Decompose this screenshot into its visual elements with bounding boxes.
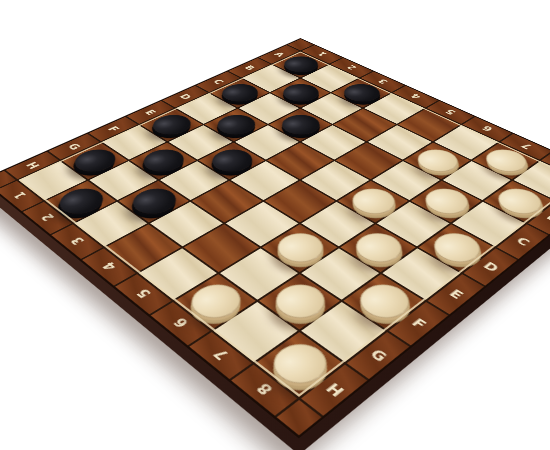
board-grid: HGFEDCBA1⛂⛂⛂⛂12⛂⛂⛂⛂23⛂⛂⛂⛂344556⛀⛀⛀⛀67⛀⛀⛀… bbox=[0, 39, 550, 435]
checker-glyph: ⛂ bbox=[51, 184, 111, 220]
square-f8[interactable]: ⛀ bbox=[343, 274, 424, 329]
coordinate-label-text: G bbox=[367, 347, 390, 364]
coordinate-label-text: 5 bbox=[133, 287, 153, 300]
checker-black-h2[interactable]: ⛂ bbox=[51, 184, 111, 220]
checker-glyph: ⛀ bbox=[491, 184, 548, 218]
coordinate-label-text: 7 bbox=[518, 142, 533, 151]
square-e5[interactable] bbox=[265, 181, 335, 223]
coordinate-label-text: 3 bbox=[375, 78, 389, 85]
coordinate-label-text: 1 bbox=[315, 51, 328, 57]
square-h7[interactable] bbox=[214, 302, 298, 362]
coordinate-label-text: 3 bbox=[67, 235, 86, 247]
coordinate-label-text: 7 bbox=[209, 347, 231, 363]
coordinate-label-text: C bbox=[514, 235, 532, 247]
square-d7[interactable] bbox=[377, 202, 450, 247]
square-g7[interactable]: ⛀ bbox=[259, 274, 340, 329]
coordinate-label-text: G bbox=[65, 142, 82, 151]
square-d6[interactable]: ⛀ bbox=[338, 181, 408, 223]
coordinate-label-text: E bbox=[143, 108, 158, 116]
coordinate-label-text: 8 bbox=[253, 381, 276, 398]
square-h2[interactable]: ⛂ bbox=[46, 181, 116, 223]
coordinate-label-text: D bbox=[480, 260, 500, 273]
checker-white-h6[interactable]: ⛀ bbox=[181, 278, 250, 325]
checker-white-g7[interactable]: ⛀ bbox=[265, 278, 334, 325]
checker-glyph: ⛀ bbox=[267, 279, 333, 324]
coordinate-label-text: A bbox=[272, 51, 286, 57]
square-h8[interactable]: ⛀ bbox=[255, 332, 343, 397]
coordinate-label-text: F bbox=[409, 316, 429, 330]
checker-glyph: ⛀ bbox=[182, 279, 248, 324]
coordinate-label-text: D bbox=[177, 93, 193, 101]
coordinate-label-text: E bbox=[446, 287, 465, 300]
coordinate-label-text: C bbox=[211, 78, 226, 85]
checker-black-g3[interactable]: ⛂ bbox=[124, 184, 184, 220]
coordinate-label-text: H bbox=[322, 380, 346, 399]
square-g8[interactable] bbox=[301, 302, 385, 362]
square-h4[interactable] bbox=[106, 224, 181, 272]
checker-white-h8[interactable]: ⛀ bbox=[262, 336, 337, 391]
coordinate-label-text: 4 bbox=[99, 260, 119, 272]
square-g4[interactable] bbox=[150, 202, 223, 247]
checker-glyph: ⛀ bbox=[418, 184, 475, 218]
square-e8[interactable] bbox=[382, 248, 460, 299]
checker-white-e7[interactable]: ⛀ bbox=[346, 228, 410, 269]
square-f6[interactable]: ⛀ bbox=[262, 224, 337, 272]
square-f7[interactable] bbox=[301, 248, 379, 299]
coordinate-label-text: B bbox=[242, 64, 256, 71]
coordinate-label-text: 4 bbox=[408, 93, 422, 100]
checker-glyph: ⛀ bbox=[264, 338, 335, 391]
square-f4[interactable] bbox=[192, 181, 262, 223]
checker-glyph: ⛀ bbox=[351, 279, 417, 324]
checker-glyph: ⛀ bbox=[269, 228, 330, 267]
square-c7[interactable]: ⛀ bbox=[411, 181, 481, 223]
checker-white-b8[interactable]: ⛀ bbox=[489, 184, 549, 220]
coordinate-label-text: 2 bbox=[38, 212, 57, 223]
scene: HGFEDCBA1⛂⛂⛂⛂12⛂⛂⛂⛂23⛂⛂⛂⛂344556⛀⛀⛀⛀67⛀⛀⛀… bbox=[0, 0, 550, 450]
square-g6[interactable] bbox=[220, 248, 298, 299]
coordinate-label-text: 2 bbox=[344, 64, 358, 71]
coordinate-label-text: F bbox=[106, 125, 122, 133]
checker-glyph: ⛂ bbox=[124, 184, 184, 220]
square-h6[interactable]: ⛀ bbox=[175, 274, 256, 329]
square-g5[interactable] bbox=[184, 224, 259, 272]
coordinate-label-text: 1 bbox=[10, 191, 28, 201]
square-c8[interactable] bbox=[452, 202, 525, 247]
square-b8[interactable]: ⛀ bbox=[484, 181, 550, 223]
board-3d-wrapper: HGFEDCBA1⛂⛂⛂⛂12⛂⛂⛂⛂23⛂⛂⛂⛂344556⛀⛀⛀⛀67⛀⛀⛀… bbox=[0, 39, 550, 435]
checker-white-f6[interactable]: ⛀ bbox=[268, 228, 332, 269]
square-d8[interactable]: ⛀ bbox=[419, 224, 494, 272]
checker-glyph: ⛀ bbox=[344, 184, 401, 218]
square-h3[interactable] bbox=[75, 202, 148, 247]
checker-white-d8[interactable]: ⛀ bbox=[424, 228, 488, 269]
square-f5[interactable] bbox=[226, 202, 299, 247]
coordinate-label-text: B bbox=[544, 212, 550, 223]
file-label-near-B: B bbox=[528, 202, 550, 234]
square-g3[interactable]: ⛂ bbox=[119, 181, 189, 223]
coordinate-label-text: 5 bbox=[443, 108, 458, 116]
coordinate-label-text: 6 bbox=[479, 125, 494, 133]
square-e6[interactable] bbox=[301, 202, 374, 247]
checker-white-c7[interactable]: ⛀ bbox=[416, 184, 476, 220]
square-h5[interactable] bbox=[139, 248, 217, 299]
checker-glyph: ⛀ bbox=[347, 228, 408, 267]
checker-white-f8[interactable]: ⛀ bbox=[349, 278, 418, 325]
checker-white-d6[interactable]: ⛀ bbox=[343, 184, 403, 220]
checker-glyph: ⛀ bbox=[426, 228, 487, 267]
coordinate-label-text: H bbox=[23, 160, 41, 170]
coordinate-label-text: 6 bbox=[170, 316, 191, 331]
square-e7[interactable]: ⛀ bbox=[340, 224, 415, 272]
